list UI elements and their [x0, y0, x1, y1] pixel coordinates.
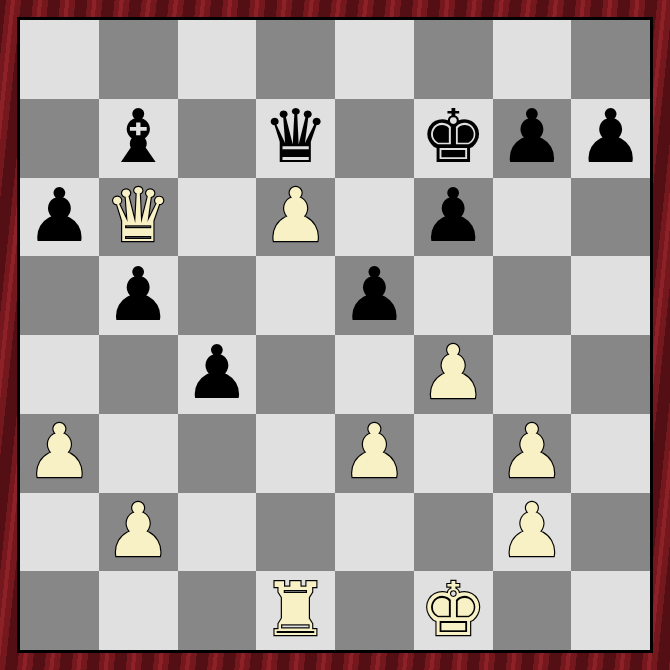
square-d5[interactable] — [256, 256, 335, 335]
square-b4[interactable] — [99, 335, 178, 414]
square-e6[interactable] — [335, 178, 414, 257]
square-f8[interactable] — [414, 20, 493, 99]
square-c3[interactable] — [178, 414, 257, 493]
square-h2[interactable] — [571, 493, 650, 572]
square-b6[interactable]: ♛ — [99, 178, 178, 257]
piece-black-bishop-b7[interactable]: ♝ — [105, 99, 171, 173]
piece-black-queen-d7[interactable]: ♛ — [262, 99, 328, 173]
piece-white-pawn-a3[interactable]: ♟ — [26, 414, 92, 488]
square-h4[interactable] — [571, 335, 650, 414]
square-e5[interactable]: ♟ — [335, 256, 414, 335]
piece-black-pawn-a6[interactable]: ♟ — [26, 178, 92, 252]
square-a2[interactable] — [20, 493, 99, 572]
square-h6[interactable] — [571, 178, 650, 257]
piece-white-king-f1[interactable]: ♚ — [420, 572, 486, 646]
square-b8[interactable] — [99, 20, 178, 99]
piece-black-pawn-g7[interactable]: ♟ — [499, 99, 565, 173]
square-g4[interactable] — [493, 335, 572, 414]
piece-black-king-f7[interactable]: ♚ — [420, 99, 486, 173]
square-b2[interactable]: ♟ — [99, 493, 178, 572]
square-e4[interactable] — [335, 335, 414, 414]
square-f3[interactable] — [414, 414, 493, 493]
board-inner-border: ♝♛♚♟♟♟♛♟♟♟♟♟♟♟♟♟♟♟♜♚ — [17, 17, 653, 653]
square-c4[interactable]: ♟ — [178, 335, 257, 414]
square-c5[interactable] — [178, 256, 257, 335]
square-d3[interactable] — [256, 414, 335, 493]
square-e2[interactable] — [335, 493, 414, 572]
piece-white-pawn-b2[interactable]: ♟ — [105, 493, 171, 567]
square-b5[interactable]: ♟ — [99, 256, 178, 335]
square-g1[interactable] — [493, 571, 572, 650]
square-g6[interactable] — [493, 178, 572, 257]
square-b7[interactable]: ♝ — [99, 99, 178, 178]
square-g3[interactable]: ♟ — [493, 414, 572, 493]
square-d6[interactable]: ♟ — [256, 178, 335, 257]
piece-white-pawn-f4[interactable]: ♟ — [420, 335, 486, 409]
square-g2[interactable]: ♟ — [493, 493, 572, 572]
square-a7[interactable] — [20, 99, 99, 178]
piece-white-rook-d1[interactable]: ♜ — [262, 572, 328, 646]
piece-white-queen-b6[interactable]: ♛ — [105, 178, 171, 252]
square-c8[interactable] — [178, 20, 257, 99]
square-d1[interactable]: ♜ — [256, 571, 335, 650]
square-c2[interactable] — [178, 493, 257, 572]
piece-white-pawn-e3[interactable]: ♟ — [341, 414, 407, 488]
square-b3[interactable] — [99, 414, 178, 493]
square-a8[interactable] — [20, 20, 99, 99]
square-c1[interactable] — [178, 571, 257, 650]
square-d8[interactable] — [256, 20, 335, 99]
square-a1[interactable] — [20, 571, 99, 650]
piece-black-pawn-b5[interactable]: ♟ — [105, 257, 171, 331]
square-f1[interactable]: ♚ — [414, 571, 493, 650]
piece-black-pawn-e5[interactable]: ♟ — [341, 257, 407, 331]
square-h8[interactable] — [571, 20, 650, 99]
square-h3[interactable] — [571, 414, 650, 493]
square-a3[interactable]: ♟ — [20, 414, 99, 493]
piece-white-pawn-g3[interactable]: ♟ — [499, 414, 565, 488]
square-a4[interactable] — [20, 335, 99, 414]
piece-white-pawn-d6[interactable]: ♟ — [262, 178, 328, 252]
square-d2[interactable] — [256, 493, 335, 572]
square-h1[interactable] — [571, 571, 650, 650]
square-f6[interactable]: ♟ — [414, 178, 493, 257]
piece-black-pawn-c4[interactable]: ♟ — [184, 335, 250, 409]
square-h7[interactable]: ♟ — [571, 99, 650, 178]
piece-white-pawn-g2[interactable]: ♟ — [499, 493, 565, 567]
piece-black-pawn-f6[interactable]: ♟ — [420, 178, 486, 252]
square-e8[interactable] — [335, 20, 414, 99]
piece-black-pawn-h7[interactable]: ♟ — [577, 99, 643, 173]
square-g5[interactable] — [493, 256, 572, 335]
square-f5[interactable] — [414, 256, 493, 335]
square-b1[interactable] — [99, 571, 178, 650]
square-c6[interactable] — [178, 178, 257, 257]
square-a5[interactable] — [20, 256, 99, 335]
square-h5[interactable] — [571, 256, 650, 335]
square-g7[interactable]: ♟ — [493, 99, 572, 178]
square-e1[interactable] — [335, 571, 414, 650]
square-d4[interactable] — [256, 335, 335, 414]
square-f4[interactable]: ♟ — [414, 335, 493, 414]
square-g8[interactable] — [493, 20, 572, 99]
board-frame: ♝♛♚♟♟♟♛♟♟♟♟♟♟♟♟♟♟♟♜♚ — [0, 0, 670, 670]
square-e3[interactable]: ♟ — [335, 414, 414, 493]
square-e7[interactable] — [335, 99, 414, 178]
square-d7[interactable]: ♛ — [256, 99, 335, 178]
square-a6[interactable]: ♟ — [20, 178, 99, 257]
chess-board: ♝♛♚♟♟♟♛♟♟♟♟♟♟♟♟♟♟♟♜♚ — [20, 20, 650, 650]
square-f2[interactable] — [414, 493, 493, 572]
square-c7[interactable] — [178, 99, 257, 178]
square-f7[interactable]: ♚ — [414, 99, 493, 178]
